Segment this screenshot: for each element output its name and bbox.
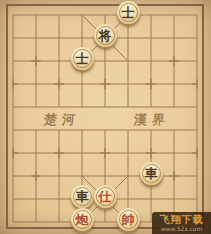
piece-black-advisor[interactable]: 士 [71, 47, 94, 70]
watermark-title: 飞翔下载 [160, 215, 204, 225]
piece-black-general[interactable]: 将 [94, 24, 117, 47]
watermark: 飞翔下载 www.52z.com [152, 212, 211, 234]
watermark-url: www.52z.com [161, 226, 203, 232]
xiangqi-board[interactable]: 楚河 漢界 士将士車車仕炮帥 飞翔下载 www.52z.com [0, 0, 211, 234]
piece-glyph: 炮 [76, 213, 89, 226]
piece-glyph: 車 [76, 190, 89, 203]
piece-glyph: 士 [76, 52, 89, 65]
river-label-right: 漢界 [133, 111, 171, 129]
river-label-left: 楚河 [43, 111, 81, 129]
piece-glyph: 車 [145, 167, 158, 180]
piece-black-chariot[interactable]: 車 [71, 185, 94, 208]
piece-glyph: 将 [99, 29, 112, 42]
piece-red-general[interactable]: 帥 [117, 208, 140, 231]
piece-black-advisor[interactable]: 士 [117, 1, 140, 24]
piece-glyph: 帥 [122, 213, 135, 226]
piece-red-advisor[interactable]: 仕 [94, 185, 117, 208]
piece-glyph: 仕 [99, 190, 112, 203]
piece-black-chariot[interactable]: 車 [140, 162, 163, 185]
piece-glyph: 士 [122, 6, 135, 19]
piece-red-cannon[interactable]: 炮 [71, 208, 94, 231]
